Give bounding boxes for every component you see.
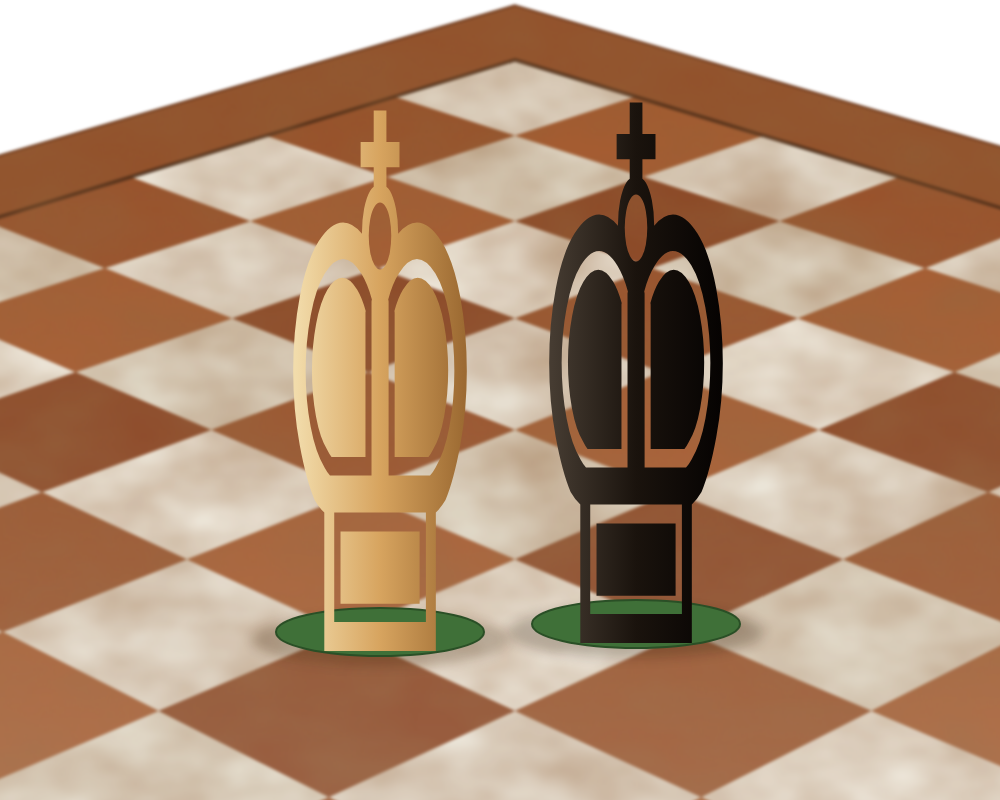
- black-king-glyph: ♚: [525, 0, 747, 800]
- chessboard: [0, 0, 1000, 800]
- white-king-piece: ♚ ♚: [252, 0, 508, 800]
- chessboard-scene: ♚ ♚ ♚ ♚: [0, 0, 1000, 800]
- white-king-glyph: ♚: [269, 0, 491, 800]
- black-king-piece: ♚ ♚: [508, 0, 764, 800]
- product-photo-stage: ♚ ♚ ♚ ♚: [0, 0, 1000, 800]
